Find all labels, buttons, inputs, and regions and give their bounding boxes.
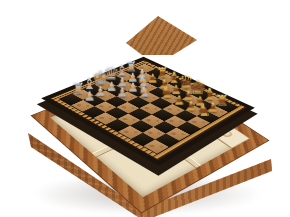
piece-gold-knight[interactable]: ♞ xyxy=(197,103,212,119)
chess-set-photo: ♜♝♛♚♝♜♜♟♟♟♟♟♟♟♝♟♞♞♟♟♞♛♟♟♞♚♟♟♝♟♜♟ xyxy=(0,0,290,217)
square-c1[interactable] xyxy=(82,106,105,118)
piece-silver-pawn[interactable]: ♟ xyxy=(83,89,95,102)
piece-gold-knight[interactable]: ♞ xyxy=(160,85,174,101)
piece-gold-pawn[interactable]: ♟ xyxy=(185,100,197,113)
piece-silver-pawn[interactable]: ♟ xyxy=(95,85,107,98)
piece-silver-knight[interactable]: ♞ xyxy=(138,84,152,100)
piece-gold-pawn[interactable]: ♟ xyxy=(173,94,185,107)
scene: ♜♝♛♚♝♜♜♟♟♟♟♟♟♟♝♟♞♞♟♟♞♛♟♟♞♚♟♟♝♟♜♟ xyxy=(0,0,290,217)
piece-silver-pawn[interactable]: ♟ xyxy=(106,80,117,93)
piece-silver-pawn[interactable]: ♟ xyxy=(117,86,129,99)
